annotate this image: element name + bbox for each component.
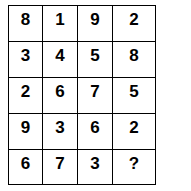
cell-r4-c3: 6 (78, 114, 113, 150)
cell-r2-c3: 5 (78, 42, 113, 78)
cell-r5-c2: 7 (43, 150, 78, 185)
cell-r3-c4: 5 (113, 78, 156, 114)
cell-r5-c3: 3 (78, 150, 113, 185)
cell-r2-c1: 3 (9, 42, 43, 78)
puzzle-grid: 8 1 9 2 3 4 5 8 2 6 7 5 9 3 6 2 6 7 3 ? (8, 5, 156, 185)
cell-r3-c2: 6 (43, 78, 78, 114)
cell-r4-c1: 9 (9, 114, 43, 150)
cell-r2-c4: 8 (113, 42, 156, 78)
cell-r5-c4-unknown: ? (113, 150, 156, 185)
cell-r1-c2: 1 (43, 6, 78, 42)
cell-r5-c1: 6 (9, 150, 43, 185)
cell-r4-c2: 3 (43, 114, 78, 150)
cell-r1-c4: 2 (113, 6, 156, 42)
cell-r1-c1: 8 (9, 6, 43, 42)
cell-r3-c1: 2 (9, 78, 43, 114)
cell-r3-c3: 7 (78, 78, 113, 114)
cell-r1-c3: 9 (78, 6, 113, 42)
cell-r4-c4: 2 (113, 114, 156, 150)
cell-r2-c2: 4 (43, 42, 78, 78)
